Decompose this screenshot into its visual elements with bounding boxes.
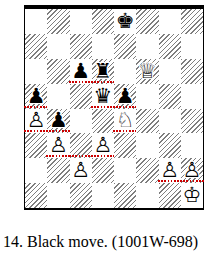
square-f1[interactable]	[136, 183, 158, 208]
white-king-glyph: ♔	[181, 183, 203, 208]
square-g2[interactable]: ♟♙	[159, 158, 181, 183]
white-queen: ♛♕	[136, 59, 158, 84]
white-pawn-glyph: ♙	[70, 158, 92, 183]
square-g7[interactable]	[159, 34, 181, 59]
square-a3[interactable]	[25, 133, 47, 158]
square-b3[interactable]: ♟♙	[47, 133, 69, 158]
square-h2[interactable]: ♟♙	[181, 158, 203, 183]
square-h7[interactable]	[181, 34, 203, 59]
spellcheck-underline	[158, 180, 182, 182]
square-h8[interactable]	[181, 9, 203, 34]
square-e6[interactable]	[114, 59, 136, 84]
white-pawn: ♟♙	[70, 158, 92, 183]
square-b6[interactable]	[47, 59, 69, 84]
spellcheck-underline	[69, 81, 93, 83]
square-h3[interactable]	[181, 133, 203, 158]
square-d3[interactable]: ♟♙	[92, 133, 114, 158]
square-a7[interactable]	[25, 34, 47, 59]
square-d2[interactable]	[92, 158, 114, 183]
square-a1[interactable]	[25, 183, 47, 208]
square-c5[interactable]	[70, 84, 92, 109]
square-g1[interactable]	[159, 183, 181, 208]
square-e8[interactable]: ♚♚	[114, 9, 136, 34]
square-g4[interactable]	[159, 109, 181, 134]
square-a8[interactable]	[25, 9, 47, 34]
square-d8[interactable]	[92, 9, 114, 34]
square-f4[interactable]	[136, 109, 158, 134]
square-d4[interactable]	[92, 109, 114, 134]
square-b2[interactable]	[47, 158, 69, 183]
square-f7[interactable]	[136, 34, 158, 59]
square-h1[interactable]: ♚♔	[181, 183, 203, 208]
square-b4[interactable]: ♟♟	[47, 109, 69, 134]
square-g8[interactable]	[159, 9, 181, 34]
square-b5[interactable]	[47, 84, 69, 109]
square-c3[interactable]	[70, 133, 92, 158]
white-queen-glyph: ♕	[136, 59, 158, 84]
square-f2[interactable]	[136, 158, 158, 183]
spellcheck-underline	[91, 81, 115, 83]
square-d7[interactable]	[92, 34, 114, 59]
square-a5[interactable]: ♟♟	[25, 84, 47, 109]
square-b7[interactable]	[47, 34, 69, 59]
square-a6[interactable]	[25, 59, 47, 84]
chess-board: ♚♚♟♟♜♜♛♕♟♟♛♛♟♟♟♙♟♟♞♘♟♙♟♙♟♙♟♙♟♙♚♔	[25, 9, 203, 208]
spellcheck-underline	[69, 155, 93, 157]
black-king: ♚♚	[114, 9, 136, 34]
square-g6[interactable]	[159, 59, 181, 84]
square-e3[interactable]	[114, 133, 136, 158]
spellcheck-underline	[24, 106, 48, 108]
square-h5[interactable]	[181, 84, 203, 109]
square-e1[interactable]	[114, 183, 136, 208]
spellcheck-underline	[24, 130, 48, 132]
square-h4[interactable]	[181, 109, 203, 134]
square-c4[interactable]	[70, 109, 92, 134]
square-f8[interactable]	[136, 9, 158, 34]
square-e5[interactable]: ♟♟	[114, 84, 136, 109]
black-king-glyph: ♚	[114, 9, 136, 34]
square-c7[interactable]	[70, 34, 92, 59]
spellcheck-underline	[46, 130, 70, 132]
square-d6[interactable]: ♜♜	[92, 59, 114, 84]
square-c2[interactable]: ♟♙	[70, 158, 92, 183]
square-d5[interactable]: ♛♛	[92, 84, 114, 109]
square-c6[interactable]: ♟♟	[70, 59, 92, 84]
spellcheck-underline	[46, 155, 70, 157]
square-d1[interactable]	[92, 183, 114, 208]
square-f3[interactable]	[136, 133, 158, 158]
square-e7[interactable]	[114, 34, 136, 59]
square-f5[interactable]	[136, 84, 158, 109]
square-c8[interactable]	[70, 9, 92, 34]
diagram-caption: 14. Black move. (1001W-698)	[3, 233, 198, 251]
square-a2[interactable]	[25, 158, 47, 183]
square-c1[interactable]	[70, 183, 92, 208]
square-g3[interactable]	[159, 133, 181, 158]
spellcheck-underline	[113, 130, 137, 132]
spellcheck-underline	[91, 155, 115, 157]
square-f6[interactable]: ♛♕	[136, 59, 158, 84]
spellcheck-underline	[180, 180, 204, 182]
white-king: ♚♔	[181, 183, 203, 208]
square-b1[interactable]	[47, 183, 69, 208]
square-b8[interactable]	[47, 9, 69, 34]
square-h6[interactable]	[181, 59, 203, 84]
square-e4[interactable]: ♞♘	[114, 109, 136, 134]
square-g5[interactable]	[159, 84, 181, 109]
spellcheck-underline	[113, 106, 137, 108]
square-a4[interactable]: ♟♙	[25, 109, 47, 134]
square-e2[interactable]	[114, 158, 136, 183]
spellcheck-underline	[91, 106, 115, 108]
chess-board-frame: ♚♚♟♟♜♜♛♕♟♟♛♛♟♟♟♙♟♟♞♘♟♙♟♙♟♙♟♙♟♙♚♔	[24, 5, 204, 210]
